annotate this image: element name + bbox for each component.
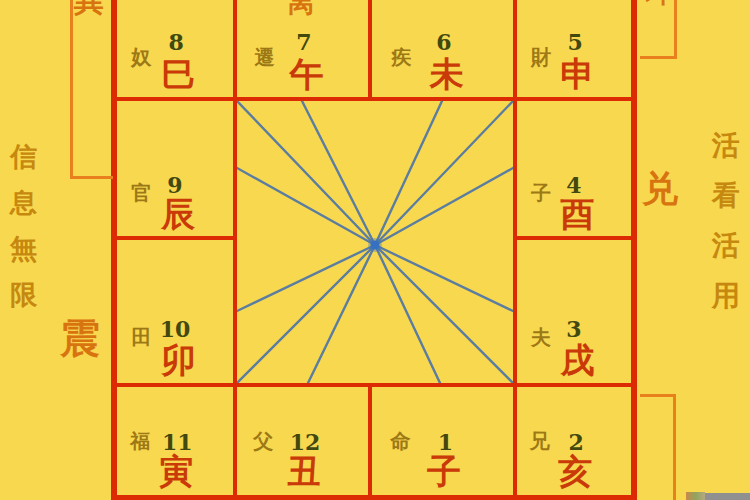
palace-name: 官 <box>131 183 151 203</box>
palace-number: 9 <box>167 174 182 196</box>
palace-number: 11 <box>162 431 193 453</box>
hub-dot <box>371 241 380 250</box>
left-text-char: 無 <box>10 235 37 262</box>
right-text-char: 活 <box>712 132 740 160</box>
kun-bracket-horizontal <box>640 56 677 59</box>
palace-number: 3 <box>566 318 581 340</box>
palace-number: 12 <box>290 431 321 453</box>
palace-cell-you: 子 4 酉 <box>515 99 633 238</box>
branch-character: 巳 <box>161 57 195 91</box>
trigram-li: 离 <box>287 0 315 16</box>
right-text-char: 用 <box>712 282 740 310</box>
palace-number: 1 <box>438 431 453 453</box>
branch-character: 午 <box>289 57 323 91</box>
palace-cell-xu: 夫 3 戌 <box>515 238 633 385</box>
palace-cell-yin: 福 11 寅 <box>115 385 235 497</box>
trigram-dui: 兑 <box>642 170 678 206</box>
xun-bracket-horizontal <box>70 176 113 179</box>
palace-cell-wei: 疾 6 未 <box>370 0 515 99</box>
branch-character: 申 <box>560 57 594 91</box>
watermark-strip <box>705 493 750 500</box>
branch-character: 戌 <box>560 343 594 377</box>
twelve-palace-chart: 奴 8 巳 遷 7 午 疾 6 未 財 5 申 官 9 辰 子 4 酉 <box>0 0 750 500</box>
branch-character: 亥 <box>558 454 592 488</box>
palace-name: 疾 <box>392 47 412 67</box>
branch-character: 丑 <box>287 454 321 488</box>
palace-grid: 奴 8 巳 遷 7 午 疾 6 未 財 5 申 官 9 辰 子 4 酉 <box>111 0 637 500</box>
palace-name: 財 <box>531 47 551 67</box>
branch-character: 寅 <box>159 454 193 488</box>
palace-cell-shen: 財 5 申 <box>515 0 633 99</box>
palace-name: 遷 <box>255 47 275 67</box>
palace-name: 命 <box>390 431 410 451</box>
palace-cell-hai: 兄 2 亥 <box>515 385 633 497</box>
palace-number: 8 <box>169 31 184 53</box>
palace-cell-si: 奴 8 巳 <box>115 0 235 99</box>
palace-cell-chou: 父 12 丑 <box>235 385 370 497</box>
right-vertical-text: 活 看 活 用 <box>712 132 740 332</box>
branch-character: 未 <box>430 57 464 91</box>
left-text-char: 信 <box>10 143 37 170</box>
palace-number: 4 <box>566 174 581 196</box>
branch-character: 辰 <box>161 197 195 231</box>
watermark-fragment <box>686 492 705 500</box>
palace-cell-mao: 田 10 卯 <box>115 238 235 385</box>
right-text-char: 活 <box>712 232 740 260</box>
palace-number: 6 <box>436 31 451 53</box>
palace-name: 田 <box>131 327 151 347</box>
branch-character: 酉 <box>560 197 594 231</box>
xun-bracket-vertical <box>70 0 73 179</box>
right-text-char: 看 <box>712 182 740 210</box>
palace-name: 福 <box>130 431 150 451</box>
palace-number: 10 <box>160 318 191 340</box>
trigram-zhen: 震 <box>60 318 100 358</box>
kun-bracket-vertical <box>674 0 677 59</box>
qian-bracket-horizontal <box>640 394 676 397</box>
trigram-kun: 坤 <box>646 0 672 6</box>
palace-cell-zi: 命 1 子 <box>370 385 515 497</box>
branch-character: 卯 <box>161 343 195 377</box>
star-burst-lines <box>237 101 513 383</box>
palace-name: 奴 <box>131 47 151 67</box>
left-text-char: 限 <box>10 281 37 308</box>
palace-name: 子 <box>531 183 551 203</box>
palace-cell-chen: 官 9 辰 <box>115 99 235 238</box>
palace-name: 父 <box>253 431 273 451</box>
palace-name: 兄 <box>530 431 550 451</box>
trigram-xun: 巽 <box>74 0 104 16</box>
palace-name: 夫 <box>531 327 551 347</box>
palace-number: 5 <box>567 31 582 53</box>
palace-number: 2 <box>569 431 584 453</box>
branch-character: 子 <box>427 454 461 488</box>
qian-bracket-vertical <box>673 394 676 500</box>
center-area <box>235 99 515 385</box>
left-text-char: 息 <box>10 189 37 216</box>
palace-number: 7 <box>296 31 311 53</box>
left-vertical-text: 信 息 無 限 <box>10 143 37 327</box>
